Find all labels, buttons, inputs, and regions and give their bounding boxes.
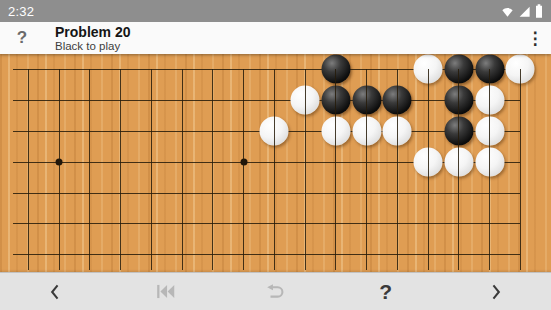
black-stone[interactable] [475, 55, 504, 84]
board-intersection[interactable] [444, 208, 475, 239]
white-stone[interactable] [321, 117, 350, 146]
board-intersection[interactable] [167, 116, 198, 147]
next-problem-button[interactable] [470, 273, 522, 310]
board-intersection[interactable] [228, 178, 259, 209]
board-intersection[interactable] [75, 208, 106, 239]
star-point [56, 159, 63, 166]
board-intersection[interactable] [444, 147, 475, 178]
board-intersection[interactable] [290, 239, 321, 270]
board-intersection[interactable] [44, 85, 75, 116]
skip-back-icon [155, 284, 176, 299]
black-stone[interactable] [321, 55, 350, 84]
board-intersection[interactable] [136, 116, 167, 147]
turn-indicator: Black to play [55, 40, 130, 53]
board-intersection[interactable] [505, 178, 536, 209]
black-stone[interactable] [444, 86, 473, 115]
board-intersection[interactable] [44, 208, 75, 239]
board-intersection[interactable] [474, 116, 505, 147]
board-intersection[interactable] [13, 208, 44, 239]
first-position-button[interactable] [139, 273, 191, 310]
board-intersection[interactable] [505, 147, 536, 178]
star-point [240, 159, 247, 166]
board-intersection[interactable] [505, 208, 536, 239]
board-intersection[interactable] [351, 54, 382, 85]
board-intersection[interactable] [321, 239, 352, 270]
board-intersection[interactable] [228, 208, 259, 239]
go-board[interactable] [0, 54, 551, 272]
board-intersection[interactable] [351, 239, 382, 270]
white-stone[interactable] [352, 117, 381, 146]
board-intersection[interactable] [198, 54, 229, 85]
board-intersection[interactable] [444, 116, 475, 147]
board-intersection[interactable] [382, 147, 413, 178]
board-intersection[interactable] [290, 85, 321, 116]
board-intersection[interactable] [44, 116, 75, 147]
board-intersection[interactable] [44, 147, 75, 178]
board-intersection[interactable] [321, 116, 352, 147]
board-intersection[interactable] [474, 208, 505, 239]
board-intersection[interactable] [259, 147, 290, 178]
white-stone[interactable] [260, 117, 289, 146]
board-intersection[interactable] [167, 178, 198, 209]
board-intersection[interactable] [167, 54, 198, 85]
board-intersection[interactable] [290, 116, 321, 147]
board-intersection[interactable] [259, 178, 290, 209]
black-stone[interactable] [383, 86, 412, 115]
board-intersection[interactable] [136, 85, 167, 116]
white-stone[interactable] [444, 148, 473, 177]
battery-icon [535, 4, 543, 18]
hint-button[interactable]: ? [360, 273, 412, 310]
board-intersection[interactable] [105, 147, 136, 178]
board-intersection[interactable] [413, 116, 444, 147]
board-intersection[interactable] [13, 85, 44, 116]
board-intersection[interactable] [75, 116, 106, 147]
board-intersection[interactable] [413, 147, 444, 178]
board-intersection[interactable] [44, 54, 75, 85]
board-intersection[interactable] [198, 208, 229, 239]
board-intersection[interactable] [259, 239, 290, 270]
board-intersection[interactable] [198, 239, 229, 270]
board-intersection[interactable] [321, 178, 352, 209]
board-intersection[interactable] [136, 54, 167, 85]
status-bar: 2:32 [0, 0, 551, 22]
board-intersection[interactable] [228, 54, 259, 85]
board-intersection[interactable] [382, 116, 413, 147]
white-stone[interactable] [383, 117, 412, 146]
board-intersection[interactable] [105, 116, 136, 147]
app-bar: ? Problem 20 Black to play ⋮ [0, 22, 551, 54]
board-intersection[interactable] [75, 54, 106, 85]
board-intersection[interactable] [75, 85, 106, 116]
board-intersection[interactable] [136, 208, 167, 239]
previous-problem-button[interactable] [29, 273, 81, 310]
board-intersection[interactable] [505, 85, 536, 116]
board-intersection[interactable] [382, 239, 413, 270]
board-intersection[interactable] [474, 178, 505, 209]
white-stone[interactable] [475, 148, 504, 177]
board-intersection[interactable] [228, 116, 259, 147]
board-intersection[interactable] [13, 54, 44, 85]
board-intersection[interactable] [198, 178, 229, 209]
board-intersection[interactable] [505, 54, 536, 85]
board-intersection[interactable] [351, 85, 382, 116]
board-intersection[interactable] [444, 239, 475, 270]
white-stone[interactable] [475, 86, 504, 115]
white-stone[interactable] [414, 55, 443, 84]
board-intersection[interactable] [105, 239, 136, 270]
board-intersection[interactable] [167, 208, 198, 239]
board-intersection[interactable] [75, 239, 106, 270]
board-intersection[interactable] [259, 116, 290, 147]
board-intersection[interactable] [259, 208, 290, 239]
board-intersection[interactable] [136, 147, 167, 178]
board-intersection[interactable] [474, 54, 505, 85]
app-screen: 2:32 ? Problem 20 Black to play ⋮ [0, 0, 551, 310]
board-intersection[interactable] [290, 54, 321, 85]
board-intersection[interactable] [259, 54, 290, 85]
board-intersection[interactable] [105, 208, 136, 239]
bottom-toolbar: ? [0, 272, 551, 310]
board-intersection[interactable] [382, 208, 413, 239]
clock-text: 2:32 [8, 4, 34, 19]
board-intersection[interactable] [413, 85, 444, 116]
board-intersection[interactable] [13, 147, 44, 178]
board-intersection[interactable] [105, 85, 136, 116]
board-intersection[interactable] [136, 178, 167, 209]
title-block: Problem 20 Black to play [55, 24, 130, 53]
black-stone[interactable] [444, 55, 473, 84]
board-intersection[interactable] [290, 208, 321, 239]
board-intersection[interactable] [290, 147, 321, 178]
white-stone[interactable] [475, 117, 504, 146]
board-intersection[interactable] [228, 147, 259, 178]
board-intersection[interactable] [13, 178, 44, 209]
board-intersection[interactable] [413, 178, 444, 209]
board-intersection[interactable] [474, 239, 505, 270]
black-stone[interactable] [352, 86, 381, 115]
help-button[interactable]: ? [0, 28, 44, 48]
board-intersection[interactable] [44, 239, 75, 270]
white-stone[interactable] [506, 55, 535, 84]
board-intersection[interactable] [198, 116, 229, 147]
black-stone[interactable] [444, 117, 473, 146]
problem-title: Problem 20 [55, 24, 130, 40]
wifi-icon [501, 5, 514, 18]
board-intersection[interactable] [321, 54, 352, 85]
white-stone[interactable] [291, 86, 320, 115]
board-intersection[interactable] [382, 85, 413, 116]
board-intersection[interactable] [413, 239, 444, 270]
board-intersection[interactable] [444, 54, 475, 85]
board-intersection[interactable] [105, 178, 136, 209]
board-intersection[interactable] [321, 147, 352, 178]
board-intersection[interactable] [105, 54, 136, 85]
board-intersection[interactable] [382, 178, 413, 209]
board-intersection[interactable] [75, 147, 106, 178]
board-intersection[interactable] [13, 116, 44, 147]
white-stone[interactable] [414, 148, 443, 177]
board-intersection[interactable] [505, 239, 536, 270]
board-intersection[interactable] [228, 239, 259, 270]
board-intersection[interactable] [351, 147, 382, 178]
board-intersection[interactable] [474, 85, 505, 116]
board-intersection[interactable] [167, 239, 198, 270]
status-icons [501, 4, 543, 18]
board-intersection[interactable] [198, 147, 229, 178]
board-intersection[interactable] [444, 178, 475, 209]
board-intersection[interactable] [474, 147, 505, 178]
undo-icon [266, 283, 285, 300]
board-intersection[interactable] [228, 85, 259, 116]
board-intersection[interactable] [351, 178, 382, 209]
board-intersection[interactable] [44, 178, 75, 209]
board-intersection[interactable] [198, 85, 229, 116]
board-intersection[interactable] [75, 178, 106, 209]
board-intersection[interactable] [167, 147, 198, 178]
chevron-right-icon [489, 282, 503, 302]
board-intersection[interactable] [413, 208, 444, 239]
overflow-menu-icon[interactable]: ⋮ [519, 28, 551, 49]
board-intersection[interactable] [321, 85, 352, 116]
question-mark-icon: ? [379, 281, 392, 302]
board-intersection[interactable] [13, 239, 44, 270]
go-board-grid [13, 54, 536, 270]
board-intersection[interactable] [505, 116, 536, 147]
board-intersection[interactable] [167, 85, 198, 116]
board-intersection[interactable] [444, 85, 475, 116]
board-intersection[interactable] [290, 178, 321, 209]
board-intersection[interactable] [382, 54, 413, 85]
chevron-left-icon [48, 282, 62, 302]
board-intersection[interactable] [259, 85, 290, 116]
board-intersection[interactable] [321, 208, 352, 239]
undo-move-button[interactable] [249, 273, 301, 310]
board-intersection[interactable] [136, 239, 167, 270]
board-intersection[interactable] [351, 208, 382, 239]
black-stone[interactable] [321, 86, 350, 115]
board-intersection[interactable] [413, 54, 444, 85]
cell-signal-icon [518, 5, 531, 18]
board-intersection[interactable] [351, 116, 382, 147]
